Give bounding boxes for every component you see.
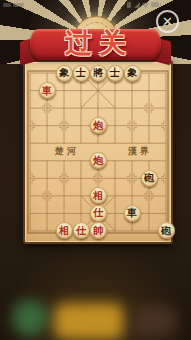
wifi-icon: [142, 2, 149, 8]
level-pass-banner: 过关: [18, 24, 173, 64]
piece-black-elephant-2[interactable]: 象: [124, 65, 141, 82]
river-label-right: 漢界: [120, 145, 160, 158]
piece-red-elephant-1[interactable]: 相: [90, 187, 107, 204]
piece-black-general[interactable]: 將: [90, 65, 107, 82]
status-left-text: [3, 3, 11, 7]
vibrate-icon: [127, 2, 131, 8]
xiangqi-board: 楚河 漢界 象士將士象車炮炮砲相仕車相仕帥砲: [23, 60, 173, 244]
piece-red-cannon-1[interactable]: 炮: [90, 117, 107, 134]
blurred-button-right[interactable]: [133, 306, 175, 336]
piece-black-elephant-1[interactable]: 象: [56, 65, 73, 82]
piece-black-advisor-2[interactable]: 士: [107, 65, 124, 82]
piece-black-chariot[interactable]: 車: [124, 205, 141, 222]
piece-black-cannon-2[interactable]: 砲: [158, 222, 175, 239]
river-label-left: 楚河: [47, 145, 87, 158]
blurred-button-left[interactable]: [12, 300, 48, 336]
piece-red-king[interactable]: 帥: [90, 222, 107, 239]
banner-title: 过关: [18, 24, 173, 62]
piece-red-advisor-1[interactable]: 仕: [90, 205, 107, 222]
app-screen: 过关 ✕ 楚河 漢界 象士將士象車炮炮砲相仕車相仕帥砲: [0, 0, 191, 340]
close-icon[interactable]: ✕: [156, 10, 179, 33]
battery-icon: [151, 2, 159, 7]
piece-red-advisor-2[interactable]: 仕: [73, 222, 90, 239]
piece-red-chariot[interactable]: 車: [39, 82, 56, 99]
status-bar: [0, 0, 191, 10]
piece-black-cannon-1[interactable]: 砲: [141, 170, 158, 187]
piece-black-advisor-1[interactable]: 士: [73, 65, 90, 82]
piece-red-elephant-2[interactable]: 相: [56, 222, 73, 239]
piece-red-cannon-2[interactable]: 炮: [90, 152, 107, 169]
status-left-text-2: [13, 3, 24, 7]
blurred-button-center[interactable]: [54, 303, 124, 340]
signal-icon: [134, 2, 140, 8]
